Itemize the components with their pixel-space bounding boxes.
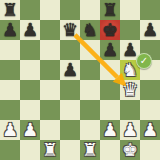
square-f8[interactable]: ♜ xyxy=(100,0,120,20)
white-rook[interactable]: ♜ xyxy=(42,140,58,160)
square-g4[interactable]: ♛ xyxy=(120,80,140,100)
square-c1[interactable]: ♜ xyxy=(40,140,60,160)
square-f3[interactable] xyxy=(100,100,120,120)
square-d7[interactable]: ♛ xyxy=(60,20,80,40)
square-e3[interactable] xyxy=(80,100,100,120)
square-f7[interactable]: ♚ xyxy=(100,20,120,40)
square-b8[interactable] xyxy=(20,0,40,20)
square-e7[interactable]: ♞ xyxy=(80,20,100,40)
square-a4[interactable] xyxy=(0,80,20,100)
black-queen[interactable]: ♛ xyxy=(62,20,78,40)
white-pawn[interactable]: ♟ xyxy=(22,120,38,140)
square-a2[interactable]: ♟ xyxy=(0,120,20,140)
square-d3[interactable] xyxy=(60,100,80,120)
chess-board-container: ♜♜♟♟♛♞♚♟♟♟♟♞♛♟♟♟♟♟♜♜♚ ✓ xyxy=(0,0,160,160)
square-e4[interactable] xyxy=(80,80,100,100)
black-king[interactable]: ♚ xyxy=(102,20,118,40)
square-f6[interactable]: ♟ xyxy=(100,40,120,60)
square-a6[interactable] xyxy=(0,40,20,60)
black-pawn[interactable]: ♟ xyxy=(102,40,118,60)
square-b2[interactable]: ♟ xyxy=(20,120,40,140)
square-g2[interactable]: ♟ xyxy=(120,120,140,140)
black-pawn[interactable]: ♟ xyxy=(22,20,38,40)
square-h1[interactable] xyxy=(140,140,160,160)
square-e6[interactable] xyxy=(80,40,100,60)
square-d8[interactable] xyxy=(60,0,80,20)
black-pawn[interactable]: ♟ xyxy=(62,60,78,80)
correct-move-badge: ✓ xyxy=(136,53,152,69)
square-h7[interactable]: ♟ xyxy=(140,20,160,40)
square-g3[interactable] xyxy=(120,100,140,120)
square-f1[interactable] xyxy=(100,140,120,160)
square-b7[interactable]: ♟ xyxy=(20,20,40,40)
square-d5[interactable]: ♟ xyxy=(60,60,80,80)
square-g8[interactable] xyxy=(120,0,140,20)
black-rook[interactable]: ♜ xyxy=(2,0,18,20)
square-f5[interactable] xyxy=(100,60,120,80)
white-pawn[interactable]: ♟ xyxy=(2,120,18,140)
square-a1[interactable] xyxy=(0,140,20,160)
white-pawn[interactable]: ♟ xyxy=(102,120,118,140)
black-pawn[interactable]: ♟ xyxy=(142,20,158,40)
square-f4[interactable] xyxy=(100,80,120,100)
square-c5[interactable] xyxy=(40,60,60,80)
square-e1[interactable]: ♜ xyxy=(80,140,100,160)
square-a8[interactable]: ♜ xyxy=(0,0,20,20)
square-h4[interactable] xyxy=(140,80,160,100)
square-c3[interactable] xyxy=(40,100,60,120)
square-e5[interactable] xyxy=(80,60,100,80)
square-g7[interactable] xyxy=(120,20,140,40)
black-pawn[interactable]: ♟ xyxy=(122,40,138,60)
square-a5[interactable] xyxy=(0,60,20,80)
white-pawn[interactable]: ♟ xyxy=(122,120,138,140)
square-g1[interactable]: ♚ xyxy=(120,140,140,160)
square-f2[interactable]: ♟ xyxy=(100,120,120,140)
square-b1[interactable] xyxy=(20,140,40,160)
square-b6[interactable] xyxy=(20,40,40,60)
black-knight[interactable]: ♞ xyxy=(82,20,98,40)
square-c2[interactable] xyxy=(40,120,60,140)
square-h8[interactable] xyxy=(140,0,160,20)
square-b5[interactable] xyxy=(20,60,40,80)
square-a7[interactable]: ♟ xyxy=(0,20,20,40)
square-b4[interactable] xyxy=(20,80,40,100)
white-king[interactable]: ♚ xyxy=(122,140,138,160)
square-c7[interactable] xyxy=(40,20,60,40)
square-h2[interactable]: ♟ xyxy=(140,120,160,140)
square-d2[interactable] xyxy=(60,120,80,140)
white-rook[interactable]: ♜ xyxy=(82,140,98,160)
white-pawn[interactable]: ♟ xyxy=(142,120,158,140)
square-c8[interactable] xyxy=(40,0,60,20)
square-c6[interactable] xyxy=(40,40,60,60)
square-h3[interactable] xyxy=(140,100,160,120)
white-queen[interactable]: ♛ xyxy=(122,80,138,100)
black-rook[interactable]: ♜ xyxy=(102,0,118,20)
square-c4[interactable] xyxy=(40,80,60,100)
square-a3[interactable] xyxy=(0,100,20,120)
black-pawn[interactable]: ♟ xyxy=(2,20,18,40)
square-e2[interactable] xyxy=(80,120,100,140)
chess-board: ♜♜♟♟♛♞♚♟♟♟♟♞♛♟♟♟♟♟♜♜♚ xyxy=(0,0,160,160)
square-d6[interactable] xyxy=(60,40,80,60)
square-e8[interactable] xyxy=(80,0,100,20)
square-b3[interactable] xyxy=(20,100,40,120)
square-d1[interactable] xyxy=(60,140,80,160)
square-d4[interactable] xyxy=(60,80,80,100)
